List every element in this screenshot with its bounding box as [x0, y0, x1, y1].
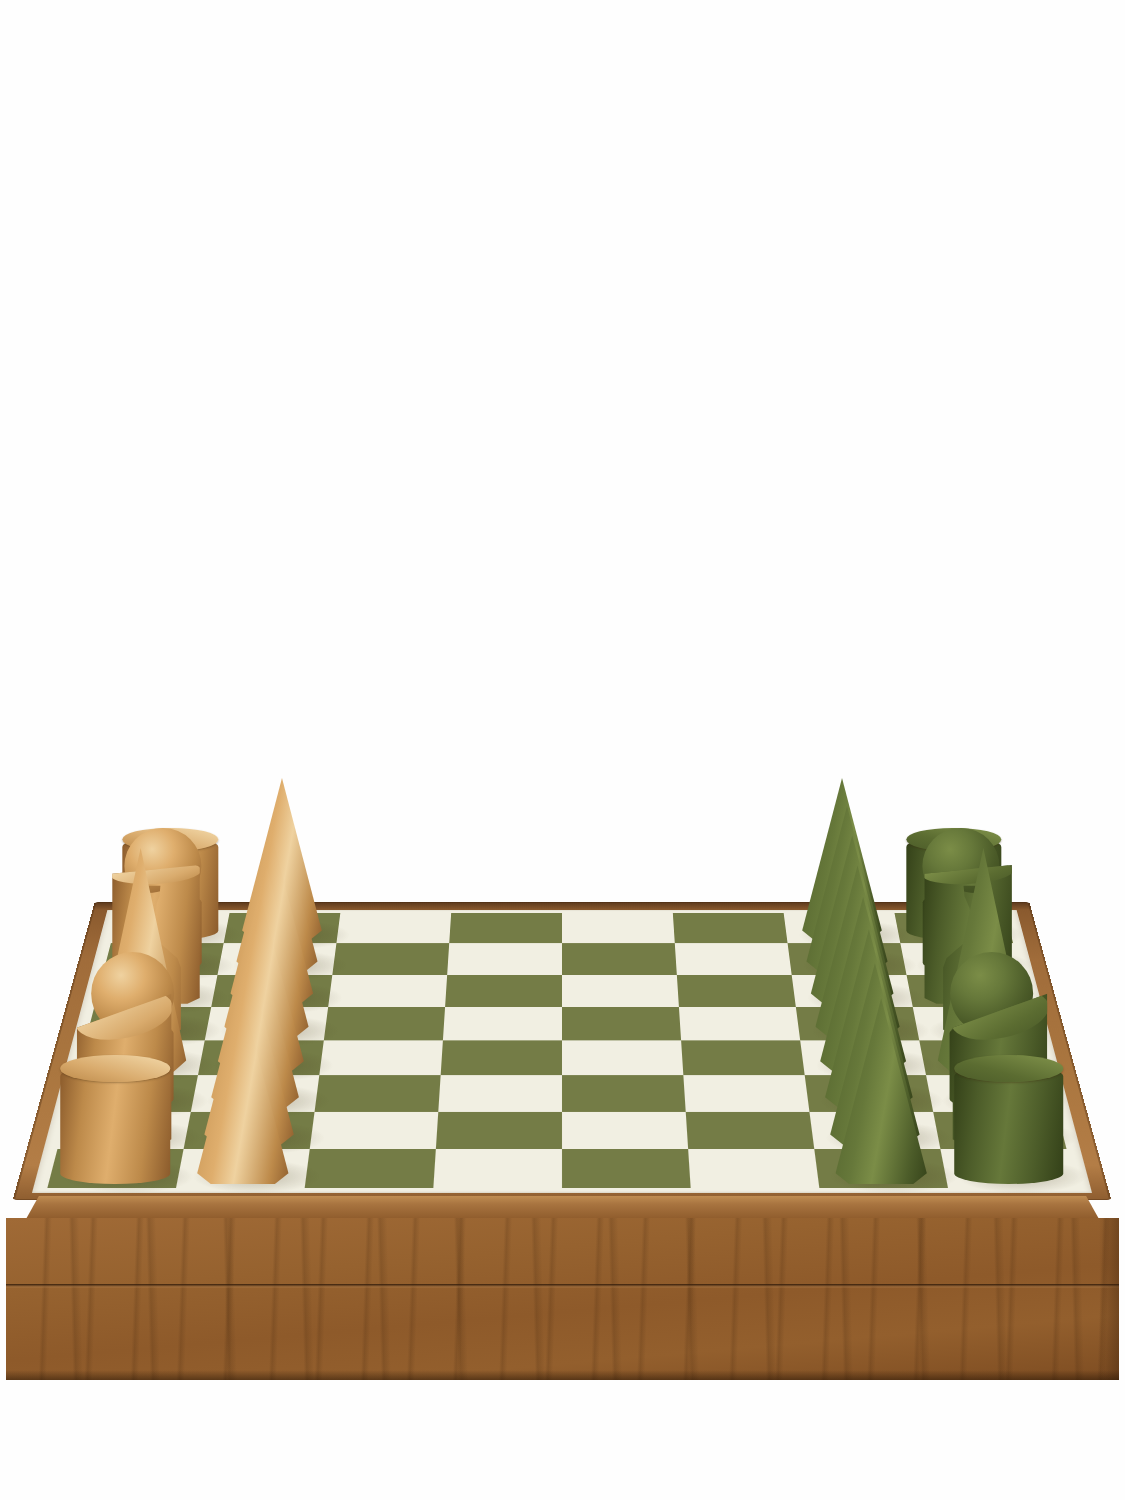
square-c7r4: [796, 1007, 919, 1041]
square-c5r4: [562, 1007, 681, 1041]
square-c1r1: [111, 913, 230, 943]
knight-sphere-finial: [923, 828, 1000, 905]
square-c6r8: [688, 1149, 819, 1188]
square-c4r7: [436, 1111, 562, 1149]
square-c8r3: [906, 975, 1029, 1007]
square-c5r3: [562, 975, 679, 1007]
square-c8r7: [933, 1111, 1066, 1149]
square-c4r3: [445, 975, 562, 1007]
chess-board: [47, 913, 1076, 1188]
square-c5r7: [562, 1111, 688, 1149]
wooden-box-front: [6, 1218, 1119, 1380]
tray-front-edge: [26, 1196, 1099, 1219]
square-c4r8: [433, 1149, 562, 1188]
square-c7r7: [809, 1111, 940, 1149]
square-c6r7: [686, 1111, 815, 1149]
square-c8r6: [926, 1075, 1057, 1111]
square-c4r5: [441, 1040, 562, 1075]
board-tray: [13, 902, 1111, 1199]
board-margin: [32, 910, 1092, 1193]
square-c7r6: [805, 1075, 933, 1111]
square-c2r8: [176, 1149, 310, 1188]
square-c7r5: [800, 1040, 926, 1075]
square-c1r6: [67, 1075, 198, 1111]
square-c8r2: [900, 943, 1021, 974]
square-c2r1: [224, 913, 341, 943]
square-c8r4: [913, 1007, 1039, 1041]
square-c1r5: [77, 1040, 205, 1075]
square-c3r5: [319, 1040, 443, 1075]
square-c6r1: [673, 913, 788, 943]
square-c4r1: [449, 913, 562, 943]
square-c5r8: [562, 1149, 691, 1188]
square-c5r2: [562, 943, 677, 974]
knight-sphere-finial: [125, 828, 202, 905]
square-c1r8: [47, 1149, 183, 1188]
square-c8r1: [895, 913, 1014, 943]
square-c6r5: [681, 1040, 805, 1075]
square-c6r4: [679, 1007, 800, 1041]
chess-set-product-photo: [0, 0, 1125, 1500]
square-c3r7: [310, 1111, 439, 1149]
square-c2r5: [198, 1040, 324, 1075]
square-c3r4: [324, 1007, 445, 1041]
square-c2r4: [205, 1007, 328, 1041]
box-lid-seam: [6, 1284, 1119, 1288]
square-c6r6: [683, 1075, 809, 1111]
square-c5r1: [562, 913, 675, 943]
square-c3r1: [336, 913, 451, 943]
square-c8r8: [940, 1149, 1076, 1188]
square-c6r3: [677, 975, 796, 1007]
square-c1r2: [103, 943, 224, 974]
square-c2r2: [218, 943, 337, 974]
square-c3r6: [315, 1075, 441, 1111]
king-sphere-finial: [930, 802, 1021, 893]
square-c2r6: [191, 1075, 319, 1111]
square-c1r7: [57, 1111, 190, 1149]
square-c4r2: [447, 943, 562, 974]
square-c8r5: [919, 1040, 1047, 1075]
square-c2r7: [184, 1111, 315, 1149]
square-c4r4: [443, 1007, 562, 1041]
square-c3r8: [305, 1149, 436, 1188]
square-c1r3: [94, 975, 217, 1007]
square-c4r6: [438, 1075, 562, 1111]
square-c7r1: [784, 913, 901, 943]
square-c1r4: [86, 1007, 212, 1041]
square-c5r6: [562, 1075, 686, 1111]
king-sphere-finial: [103, 802, 194, 893]
square-c7r2: [788, 943, 907, 974]
square-c3r2: [332, 943, 449, 974]
square-c3r3: [328, 975, 447, 1007]
square-c2r3: [211, 975, 332, 1007]
square-c7r3: [792, 975, 913, 1007]
square-c5r5: [562, 1040, 683, 1075]
square-c6r2: [675, 943, 792, 974]
square-c7r8: [814, 1149, 948, 1188]
